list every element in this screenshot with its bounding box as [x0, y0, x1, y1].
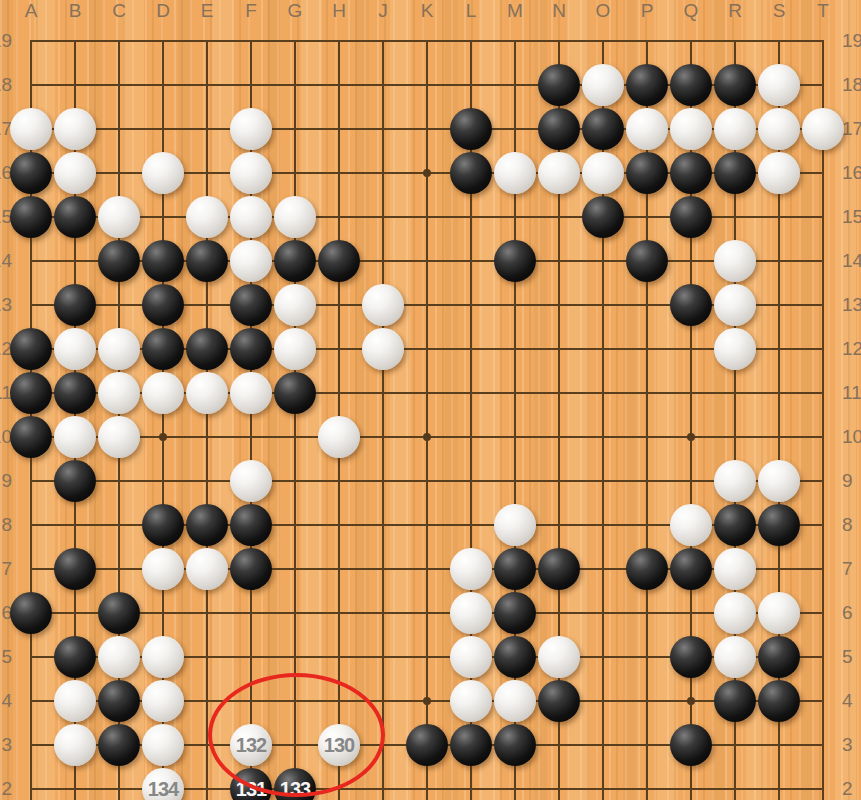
stone-S18[interactable] — [758, 64, 800, 106]
point-T7[interactable] — [801, 547, 845, 591]
point-F6[interactable] — [229, 591, 273, 635]
stone-B4[interactable] — [54, 680, 96, 722]
stone-F12[interactable] — [230, 328, 272, 370]
point-A5[interactable] — [9, 635, 53, 679]
point-J15[interactable] — [361, 195, 405, 239]
point-G12[interactable] — [273, 327, 317, 371]
stone-S6[interactable] — [758, 592, 800, 634]
stone-S5[interactable] — [758, 636, 800, 678]
point-E7[interactable] — [185, 547, 229, 591]
point-Q17[interactable] — [669, 107, 713, 151]
stone-C6[interactable] — [98, 592, 140, 634]
point-D11[interactable] — [141, 371, 185, 415]
point-L16[interactable] — [449, 151, 493, 195]
point-D5[interactable] — [141, 635, 185, 679]
stone-N7[interactable] — [538, 548, 580, 590]
point-F7[interactable] — [229, 547, 273, 591]
point-J11[interactable] — [361, 371, 405, 415]
point-S14[interactable] — [757, 239, 801, 283]
point-H13[interactable] — [317, 283, 361, 327]
stone-L4[interactable] — [450, 680, 492, 722]
stone-H10[interactable] — [318, 416, 360, 458]
stone-L3[interactable] — [450, 724, 492, 766]
point-K11[interactable] — [405, 371, 449, 415]
stone-R4[interactable] — [714, 680, 756, 722]
point-F10[interactable] — [229, 415, 273, 459]
point-O19[interactable] — [581, 19, 625, 63]
point-Q10[interactable] — [669, 415, 713, 459]
point-M6[interactable] — [493, 591, 537, 635]
point-E5[interactable] — [185, 635, 229, 679]
stone-A10[interactable] — [10, 416, 52, 458]
point-E6[interactable] — [185, 591, 229, 635]
point-S13[interactable] — [757, 283, 801, 327]
point-C12[interactable] — [97, 327, 141, 371]
point-J13[interactable] — [361, 283, 405, 327]
stone-B7[interactable] — [54, 548, 96, 590]
point-A13[interactable] — [9, 283, 53, 327]
point-G11[interactable] — [273, 371, 317, 415]
point-D8[interactable] — [141, 503, 185, 547]
point-R13[interactable] — [713, 283, 757, 327]
stone-N4[interactable] — [538, 680, 580, 722]
point-H5[interactable] — [317, 635, 361, 679]
point-T16[interactable] — [801, 151, 845, 195]
point-Q4[interactable] — [669, 679, 713, 723]
point-F12[interactable] — [229, 327, 273, 371]
point-B11[interactable] — [53, 371, 97, 415]
stone-Q15[interactable] — [670, 196, 712, 238]
point-K16[interactable] — [405, 151, 449, 195]
point-N6[interactable] — [537, 591, 581, 635]
point-G19[interactable] — [273, 19, 317, 63]
point-G6[interactable] — [273, 591, 317, 635]
point-P13[interactable] — [625, 283, 669, 327]
point-B7[interactable] — [53, 547, 97, 591]
point-D6[interactable] — [141, 591, 185, 635]
point-T2[interactable] — [801, 767, 845, 800]
point-M7[interactable] — [493, 547, 537, 591]
point-Q19[interactable] — [669, 19, 713, 63]
point-S10[interactable] — [757, 415, 801, 459]
point-D9[interactable] — [141, 459, 185, 503]
stone-B17[interactable] — [54, 108, 96, 150]
point-L12[interactable] — [449, 327, 493, 371]
point-L9[interactable] — [449, 459, 493, 503]
point-Q13[interactable] — [669, 283, 713, 327]
point-E12[interactable] — [185, 327, 229, 371]
stone-C3[interactable] — [98, 724, 140, 766]
point-P12[interactable] — [625, 327, 669, 371]
point-P4[interactable] — [625, 679, 669, 723]
point-J14[interactable] — [361, 239, 405, 283]
point-N12[interactable] — [537, 327, 581, 371]
point-E18[interactable] — [185, 63, 229, 107]
point-K19[interactable] — [405, 19, 449, 63]
point-T6[interactable] — [801, 591, 845, 635]
point-R16[interactable] — [713, 151, 757, 195]
stone-O17[interactable] — [582, 108, 624, 150]
stone-C10[interactable] — [98, 416, 140, 458]
point-O12[interactable] — [581, 327, 625, 371]
stone-A11[interactable] — [10, 372, 52, 414]
stone-D12[interactable] — [142, 328, 184, 370]
stone-L16[interactable] — [450, 152, 492, 194]
stone-R9[interactable] — [714, 460, 756, 502]
stone-P14[interactable] — [626, 240, 668, 282]
stone-G11[interactable] — [274, 372, 316, 414]
point-L6[interactable] — [449, 591, 493, 635]
point-P9[interactable] — [625, 459, 669, 503]
point-L4[interactable] — [449, 679, 493, 723]
stone-C4[interactable] — [98, 680, 140, 722]
point-N9[interactable] — [537, 459, 581, 503]
stone-S8[interactable] — [758, 504, 800, 546]
point-T19[interactable] — [801, 19, 845, 63]
stone-L7[interactable] — [450, 548, 492, 590]
stone-M8[interactable] — [494, 504, 536, 546]
point-J19[interactable] — [361, 19, 405, 63]
point-H17[interactable] — [317, 107, 361, 151]
stone-R17[interactable] — [714, 108, 756, 150]
stone-Q18[interactable] — [670, 64, 712, 106]
stone-F17[interactable] — [230, 108, 272, 150]
stone-R12[interactable] — [714, 328, 756, 370]
stone-F7[interactable] — [230, 548, 272, 590]
stone-B9[interactable] — [54, 460, 96, 502]
point-T13[interactable] — [801, 283, 845, 327]
point-G8[interactable] — [273, 503, 317, 547]
point-O15[interactable] — [581, 195, 625, 239]
point-T5[interactable] — [801, 635, 845, 679]
point-G15[interactable] — [273, 195, 317, 239]
point-D10[interactable] — [141, 415, 185, 459]
point-P8[interactable] — [625, 503, 669, 547]
point-S5[interactable] — [757, 635, 801, 679]
point-G7[interactable] — [273, 547, 317, 591]
point-Q14[interactable] — [669, 239, 713, 283]
point-C7[interactable] — [97, 547, 141, 591]
point-T12[interactable] — [801, 327, 845, 371]
point-G18[interactable] — [273, 63, 317, 107]
point-B16[interactable] — [53, 151, 97, 195]
point-B17[interactable] — [53, 107, 97, 151]
stone-A16[interactable] — [10, 152, 52, 194]
point-S9[interactable] — [757, 459, 801, 503]
point-K12[interactable] — [405, 327, 449, 371]
point-O8[interactable] — [581, 503, 625, 547]
point-Q7[interactable] — [669, 547, 713, 591]
point-N18[interactable] — [537, 63, 581, 107]
point-A15[interactable] — [9, 195, 53, 239]
point-R19[interactable] — [713, 19, 757, 63]
stone-E15[interactable] — [186, 196, 228, 238]
stone-B16[interactable] — [54, 152, 96, 194]
point-K18[interactable] — [405, 63, 449, 107]
stone-R14[interactable] — [714, 240, 756, 282]
stone-D14[interactable] — [142, 240, 184, 282]
point-C9[interactable] — [97, 459, 141, 503]
point-K2[interactable] — [405, 767, 449, 800]
stone-M3[interactable] — [494, 724, 536, 766]
stone-A15[interactable] — [10, 196, 52, 238]
stone-S16[interactable] — [758, 152, 800, 194]
point-H12[interactable] — [317, 327, 361, 371]
stone-E11[interactable] — [186, 372, 228, 414]
point-T10[interactable] — [801, 415, 845, 459]
point-P17[interactable] — [625, 107, 669, 151]
point-N10[interactable] — [537, 415, 581, 459]
point-P5[interactable] — [625, 635, 669, 679]
point-M4[interactable] — [493, 679, 537, 723]
point-F14[interactable] — [229, 239, 273, 283]
point-P2[interactable] — [625, 767, 669, 800]
point-J17[interactable] — [361, 107, 405, 151]
stone-F8[interactable] — [230, 504, 272, 546]
point-D3[interactable] — [141, 723, 185, 767]
point-M3[interactable] — [493, 723, 537, 767]
stone-T17[interactable] — [802, 108, 844, 150]
point-A17[interactable] — [9, 107, 53, 151]
point-Q9[interactable] — [669, 459, 713, 503]
point-E13[interactable] — [185, 283, 229, 327]
point-B18[interactable] — [53, 63, 97, 107]
stone-K3[interactable] — [406, 724, 448, 766]
stone-O18[interactable] — [582, 64, 624, 106]
point-F13[interactable] — [229, 283, 273, 327]
point-H16[interactable] — [317, 151, 361, 195]
stone-B5[interactable] — [54, 636, 96, 678]
point-H18[interactable] — [317, 63, 361, 107]
point-B10[interactable] — [53, 415, 97, 459]
point-B12[interactable] — [53, 327, 97, 371]
stone-F13[interactable] — [230, 284, 272, 326]
point-M15[interactable] — [493, 195, 537, 239]
point-S7[interactable] — [757, 547, 801, 591]
point-H4[interactable] — [317, 679, 361, 723]
point-F17[interactable] — [229, 107, 273, 151]
point-G2[interactable]: 133 — [273, 767, 317, 800]
point-S11[interactable] — [757, 371, 801, 415]
point-C10[interactable] — [97, 415, 141, 459]
point-F18[interactable] — [229, 63, 273, 107]
stone-Q16[interactable] — [670, 152, 712, 194]
stone-D7[interactable] — [142, 548, 184, 590]
point-F11[interactable] — [229, 371, 273, 415]
stone-Q8[interactable] — [670, 504, 712, 546]
point-M12[interactable] — [493, 327, 537, 371]
point-T15[interactable] — [801, 195, 845, 239]
stone-F15[interactable] — [230, 196, 272, 238]
point-O3[interactable] — [581, 723, 625, 767]
stone-Q3[interactable] — [670, 724, 712, 766]
stone-C15[interactable] — [98, 196, 140, 238]
point-E19[interactable] — [185, 19, 229, 63]
point-K5[interactable] — [405, 635, 449, 679]
point-D13[interactable] — [141, 283, 185, 327]
point-E11[interactable] — [185, 371, 229, 415]
point-C15[interactable] — [97, 195, 141, 239]
point-F16[interactable] — [229, 151, 273, 195]
point-K10[interactable] — [405, 415, 449, 459]
point-G16[interactable] — [273, 151, 317, 195]
point-S17[interactable] — [757, 107, 801, 151]
point-A18[interactable] — [9, 63, 53, 107]
point-G5[interactable] — [273, 635, 317, 679]
point-R3[interactable] — [713, 723, 757, 767]
stone-F2[interactable]: 131 — [230, 768, 272, 800]
point-A12[interactable] — [9, 327, 53, 371]
point-F4[interactable] — [229, 679, 273, 723]
point-A10[interactable] — [9, 415, 53, 459]
stone-E8[interactable] — [186, 504, 228, 546]
point-R4[interactable] — [713, 679, 757, 723]
point-O7[interactable] — [581, 547, 625, 591]
stone-E7[interactable] — [186, 548, 228, 590]
point-C2[interactable] — [97, 767, 141, 800]
stone-S4[interactable] — [758, 680, 800, 722]
stone-D2[interactable]: 134 — [142, 768, 184, 800]
point-L13[interactable] — [449, 283, 493, 327]
stone-F14[interactable] — [230, 240, 272, 282]
point-R14[interactable] — [713, 239, 757, 283]
point-J6[interactable] — [361, 591, 405, 635]
stone-E12[interactable] — [186, 328, 228, 370]
point-L10[interactable] — [449, 415, 493, 459]
point-C18[interactable] — [97, 63, 141, 107]
point-L3[interactable] — [449, 723, 493, 767]
stone-C11[interactable] — [98, 372, 140, 414]
stone-O16[interactable] — [582, 152, 624, 194]
stone-M14[interactable] — [494, 240, 536, 282]
point-T14[interactable] — [801, 239, 845, 283]
point-K7[interactable] — [405, 547, 449, 591]
point-R18[interactable] — [713, 63, 757, 107]
point-E15[interactable] — [185, 195, 229, 239]
point-P3[interactable] — [625, 723, 669, 767]
point-H3[interactable]: 130 — [317, 723, 361, 767]
point-L18[interactable] — [449, 63, 493, 107]
point-E10[interactable] — [185, 415, 229, 459]
stone-M7[interactable] — [494, 548, 536, 590]
point-K9[interactable] — [405, 459, 449, 503]
point-N3[interactable] — [537, 723, 581, 767]
stone-R6[interactable] — [714, 592, 756, 634]
point-A2[interactable] — [9, 767, 53, 800]
point-Q6[interactable] — [669, 591, 713, 635]
point-N13[interactable] — [537, 283, 581, 327]
point-A6[interactable] — [9, 591, 53, 635]
point-R12[interactable] — [713, 327, 757, 371]
stone-Q17[interactable] — [670, 108, 712, 150]
point-T17[interactable] — [801, 107, 845, 151]
stone-D3[interactable] — [142, 724, 184, 766]
point-F3[interactable]: 132 — [229, 723, 273, 767]
stone-R13[interactable] — [714, 284, 756, 326]
stone-A17[interactable] — [10, 108, 52, 150]
stone-G14[interactable] — [274, 240, 316, 282]
point-G4[interactable] — [273, 679, 317, 723]
point-N15[interactable] — [537, 195, 581, 239]
point-H2[interactable] — [317, 767, 361, 800]
point-J2[interactable] — [361, 767, 405, 800]
point-B2[interactable] — [53, 767, 97, 800]
point-H19[interactable] — [317, 19, 361, 63]
point-A11[interactable] — [9, 371, 53, 415]
point-B6[interactable] — [53, 591, 97, 635]
point-H7[interactable] — [317, 547, 361, 591]
point-L11[interactable] — [449, 371, 493, 415]
point-M9[interactable] — [493, 459, 537, 503]
point-D15[interactable] — [141, 195, 185, 239]
point-B9[interactable] — [53, 459, 97, 503]
point-S4[interactable] — [757, 679, 801, 723]
point-P6[interactable] — [625, 591, 669, 635]
stone-Q5[interactable] — [670, 636, 712, 678]
point-L19[interactable] — [449, 19, 493, 63]
point-M11[interactable] — [493, 371, 537, 415]
point-E16[interactable] — [185, 151, 229, 195]
point-L5[interactable] — [449, 635, 493, 679]
stone-O15[interactable] — [582, 196, 624, 238]
point-D4[interactable] — [141, 679, 185, 723]
stone-D4[interactable] — [142, 680, 184, 722]
point-Q15[interactable] — [669, 195, 713, 239]
point-O14[interactable] — [581, 239, 625, 283]
stone-L17[interactable] — [450, 108, 492, 150]
point-N17[interactable] — [537, 107, 581, 151]
point-A16[interactable] — [9, 151, 53, 195]
point-O2[interactable] — [581, 767, 625, 800]
point-S6[interactable] — [757, 591, 801, 635]
point-N11[interactable] — [537, 371, 581, 415]
stone-R18[interactable] — [714, 64, 756, 106]
stone-G2[interactable]: 133 — [274, 768, 316, 800]
point-D2[interactable]: 134 — [141, 767, 185, 800]
point-F5[interactable] — [229, 635, 273, 679]
point-B19[interactable] — [53, 19, 97, 63]
point-O13[interactable] — [581, 283, 625, 327]
point-O16[interactable] — [581, 151, 625, 195]
point-F19[interactable] — [229, 19, 273, 63]
point-S19[interactable] — [757, 19, 801, 63]
point-N8[interactable] — [537, 503, 581, 547]
stone-H14[interactable] — [318, 240, 360, 282]
point-C14[interactable] — [97, 239, 141, 283]
stone-D5[interactable] — [142, 636, 184, 678]
point-M13[interactable] — [493, 283, 537, 327]
stone-R16[interactable] — [714, 152, 756, 194]
stone-M4[interactable] — [494, 680, 536, 722]
point-A7[interactable] — [9, 547, 53, 591]
stone-D13[interactable] — [142, 284, 184, 326]
point-M5[interactable] — [493, 635, 537, 679]
point-D12[interactable] — [141, 327, 185, 371]
point-J5[interactable] — [361, 635, 405, 679]
point-C11[interactable] — [97, 371, 141, 415]
point-R7[interactable] — [713, 547, 757, 591]
point-D14[interactable] — [141, 239, 185, 283]
point-K6[interactable] — [405, 591, 449, 635]
point-C4[interactable] — [97, 679, 141, 723]
point-A4[interactable] — [9, 679, 53, 723]
point-C8[interactable] — [97, 503, 141, 547]
point-L7[interactable] — [449, 547, 493, 591]
point-J10[interactable] — [361, 415, 405, 459]
point-S8[interactable] — [757, 503, 801, 547]
point-S2[interactable] — [757, 767, 801, 800]
point-K8[interactable] — [405, 503, 449, 547]
